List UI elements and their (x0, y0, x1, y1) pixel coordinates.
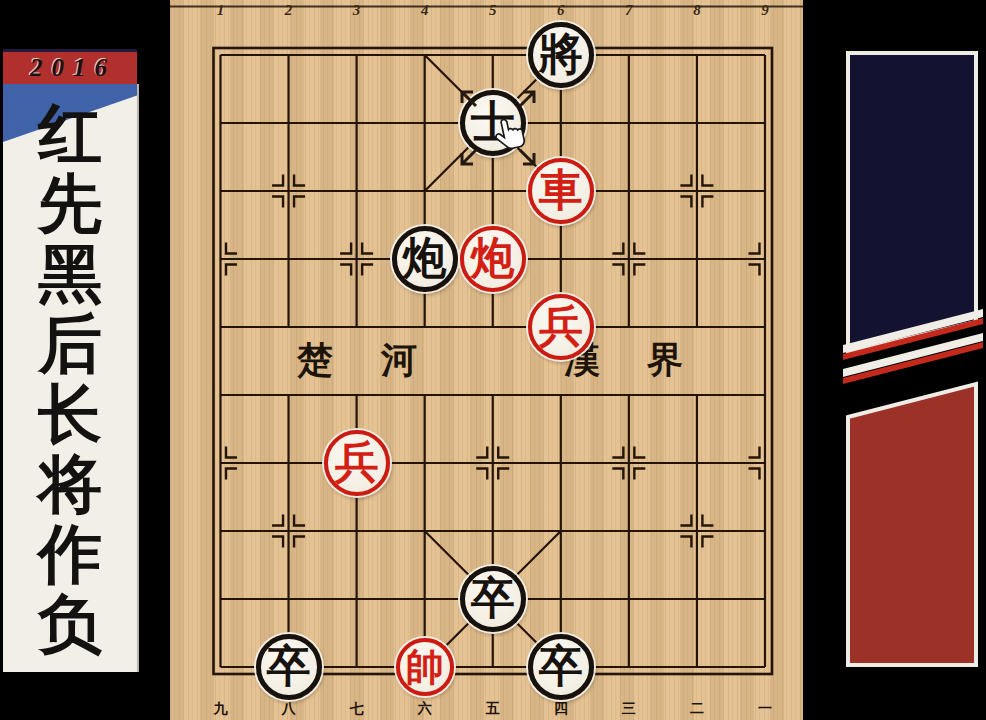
video-frame: 123456789九八七六五四三二一 楚河漢界 將士車炮炮兵兵卒卒帥卒 2016… (0, 0, 986, 720)
slogan-character: 作 (38, 523, 102, 587)
file-label-bottom: 九 (214, 700, 228, 718)
file-label-bottom: 一 (758, 700, 772, 718)
file-label-top: 3 (353, 2, 361, 19)
piece-character: 兵 (335, 441, 379, 485)
piece-character: 卒 (471, 577, 515, 621)
slogan-character: 将 (38, 453, 102, 517)
piece-character: 卒 (267, 645, 311, 689)
piece-character: 士 (471, 101, 515, 145)
piece-character: 將 (539, 33, 583, 77)
file-label-bottom: 五 (486, 700, 500, 718)
year-text: 2016 (24, 54, 116, 82)
file-label-top: 1 (217, 2, 225, 19)
file-label-bottom: 三 (622, 700, 636, 718)
piece-兵[interactable]: 兵 (528, 294, 594, 360)
file-label-top: 8 (693, 2, 701, 19)
piece-炮[interactable]: 炮 (460, 226, 526, 292)
file-label-top: 5 (489, 2, 497, 19)
piece-character: 帥 (406, 648, 444, 686)
slogan-character: 红 (38, 103, 102, 167)
file-label-top: 4 (421, 2, 429, 19)
piece-卒[interactable]: 卒 (460, 566, 526, 632)
file-label-top: 7 (625, 2, 633, 19)
file-label-bottom: 七 (350, 700, 364, 718)
slogan-character: 负 (38, 593, 102, 657)
year-banner: 2016 (3, 49, 137, 84)
slogan-text: 红先黑后长将作负 (3, 100, 137, 660)
river-char: 楚 (297, 336, 333, 385)
left-panel: 2016 红先黑后长将作负 (0, 0, 170, 720)
file-label-top: 2 (285, 2, 293, 19)
river-char: 界 (647, 336, 683, 385)
piece-character: 炮 (471, 237, 515, 281)
piece-character: 兵 (539, 305, 583, 349)
slogan-character: 后 (38, 313, 102, 377)
piece-卒[interactable]: 卒 (528, 634, 594, 700)
slogan-character: 长 (38, 383, 102, 447)
piece-炮[interactable]: 炮 (392, 226, 458, 292)
piece-士[interactable]: 士 (460, 90, 526, 156)
file-label-bottom: 四 (554, 700, 568, 718)
piece-車[interactable]: 車 (528, 158, 594, 224)
piece-帥[interactable]: 帥 (396, 638, 454, 696)
piece-將[interactable]: 將 (528, 22, 594, 88)
river-char: 河 (381, 336, 417, 385)
right-panel: 象棋教室 (22) 江湖残局揭秘 (803, 0, 986, 720)
piece-character: 車 (539, 169, 583, 213)
file-label-bottom: 六 (418, 700, 432, 718)
right-panel-graphics (843, 45, 983, 695)
piece-兵[interactable]: 兵 (324, 430, 390, 496)
file-label-top: 6 (557, 2, 565, 19)
file-label-bottom: 二 (690, 700, 704, 718)
xiangqi-board[interactable]: 123456789九八七六五四三二一 楚河漢界 將士車炮炮兵兵卒卒帥卒 (170, 0, 803, 720)
piece-character: 卒 (539, 645, 583, 689)
slogan-character: 黑 (38, 243, 102, 307)
slogan-character: 先 (38, 173, 102, 237)
piece-character: 炮 (403, 237, 447, 281)
file-label-bottom: 八 (282, 700, 296, 718)
file-label-top: 9 (761, 2, 769, 19)
piece-卒[interactable]: 卒 (256, 634, 322, 700)
slogan-panel: 红先黑后长将作负 (3, 84, 139, 672)
